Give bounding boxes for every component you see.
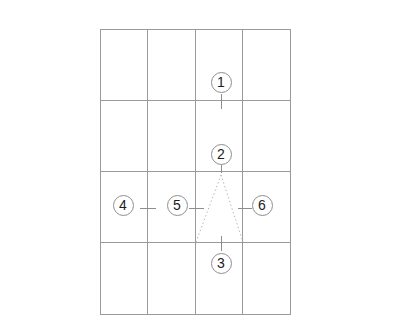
grid-cell — [148, 243, 195, 314]
step-marker-5: 5 — [167, 195, 188, 216]
grid-cell — [196, 172, 243, 243]
step-marker-6: 6 — [252, 195, 273, 216]
grid-cell — [243, 243, 290, 314]
grid-cell — [101, 243, 148, 314]
step-marker-1: 1 — [211, 72, 232, 93]
step-marker-4: 4 — [113, 195, 134, 216]
step-marker-2: 2 — [211, 144, 232, 165]
diagram-canvas: 123456 — [0, 0, 400, 330]
grid-cell — [243, 30, 290, 101]
grid-cell — [243, 101, 290, 172]
grid-cell — [148, 101, 195, 172]
grid-cell — [101, 101, 148, 172]
grid-cell — [148, 30, 195, 101]
grid-board — [100, 29, 291, 315]
step-marker-3: 3 — [211, 253, 232, 274]
grid-cell — [101, 30, 148, 101]
